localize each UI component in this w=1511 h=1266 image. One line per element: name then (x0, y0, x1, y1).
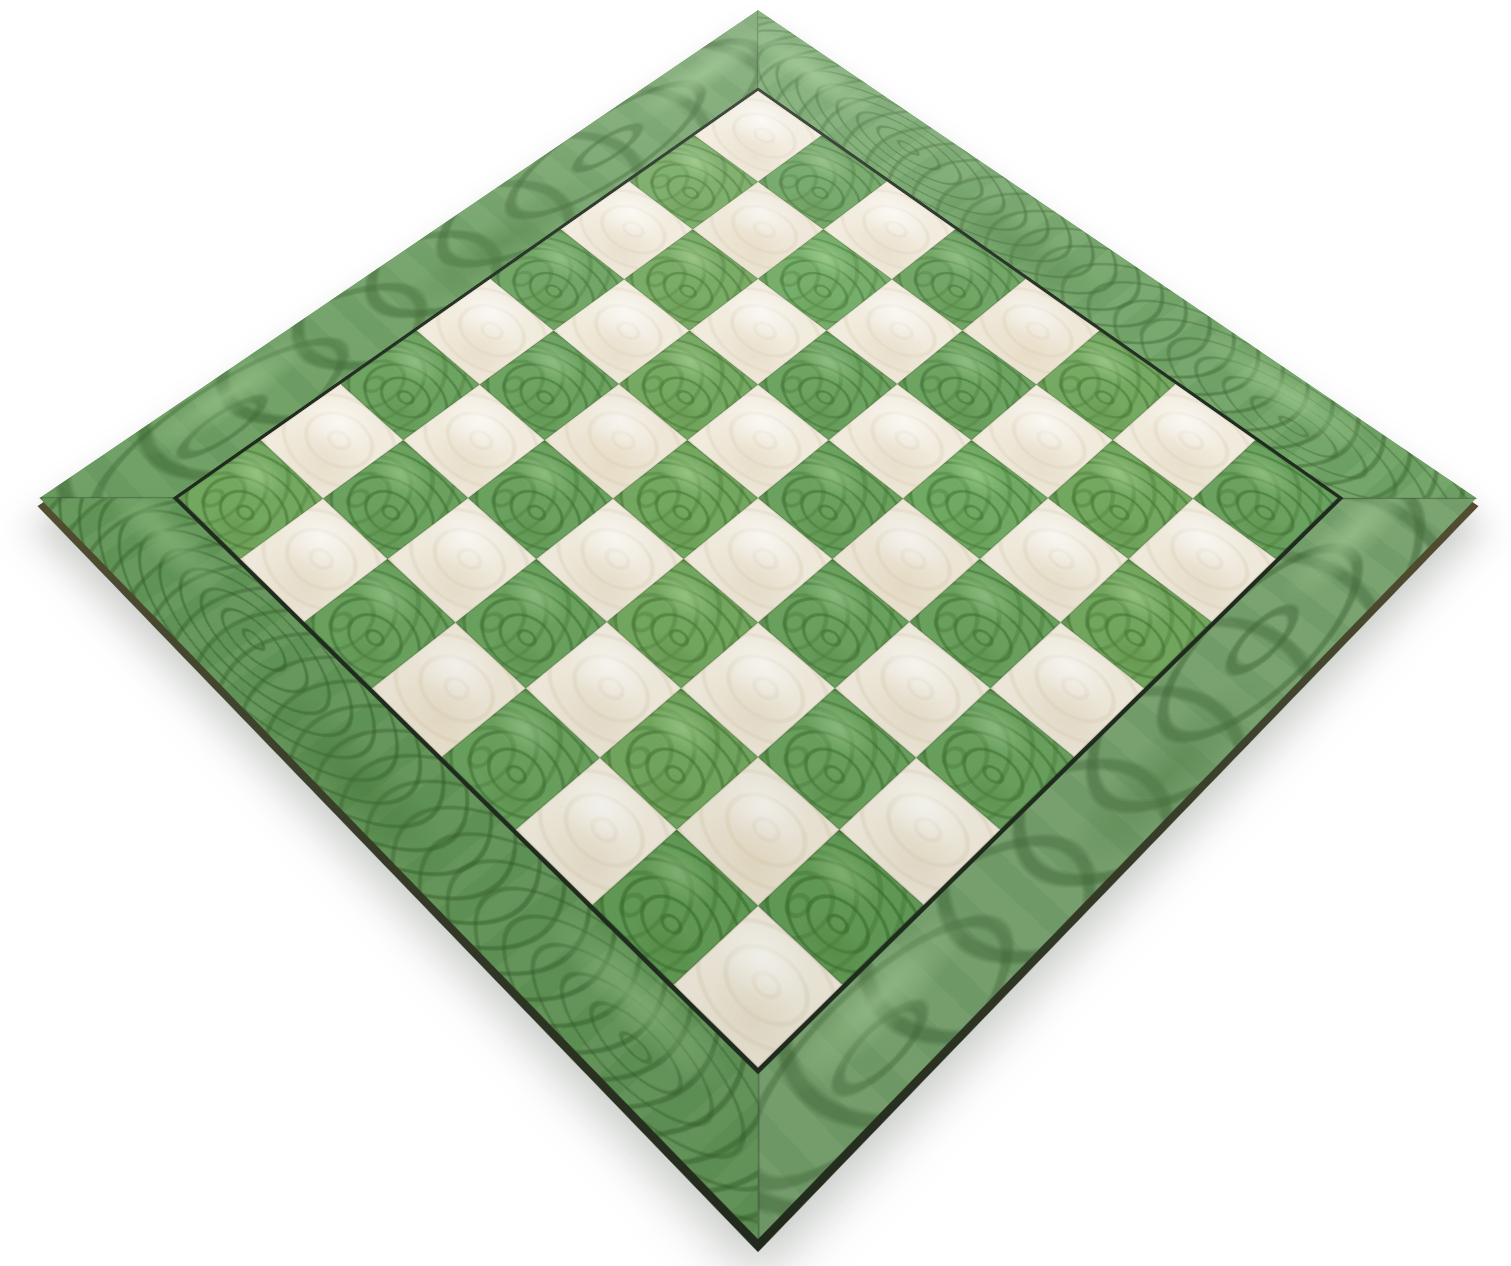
playing-field (178, 91, 1338, 1068)
photo-background (0, 0, 1511, 1266)
frame-miter-seam (40, 497, 174, 498)
chess-board (40, 10, 1477, 1239)
board-face (40, 10, 1477, 1239)
frame-miter-seam (1342, 498, 1476, 499)
frame-miter-seam (757, 10, 758, 88)
frame-miter-seam (758, 1073, 759, 1239)
